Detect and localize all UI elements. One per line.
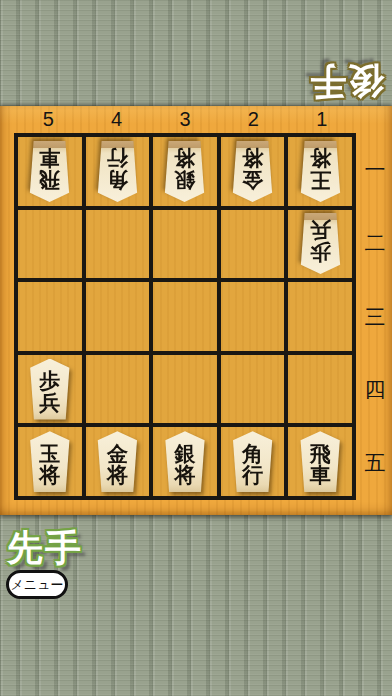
shogi-piece-歩兵-gote[interactable]: 歩兵	[294, 213, 347, 274]
shogi-piece-角行-sente[interactable]: 角行	[226, 431, 279, 492]
column-label-2: 2	[219, 106, 287, 133]
board-square-5二[interactable]	[18, 210, 82, 279]
column-label-1: 1	[288, 106, 356, 133]
column-label-4: 4	[82, 106, 150, 133]
piece-body: 王将	[294, 141, 347, 202]
board-square-4三[interactable]	[86, 282, 150, 351]
piece-kanji: 王将	[294, 141, 347, 202]
piece-kanji: 金将	[226, 141, 279, 202]
board-square-5三[interactable]	[18, 282, 82, 351]
board-square-2五[interactable]: 角行	[221, 427, 285, 496]
board-square-4一[interactable]: 角行	[86, 137, 150, 206]
board-square-3二[interactable]	[153, 210, 217, 279]
piece-kanji: 玉将	[23, 431, 76, 492]
shogi-piece-王将-gote[interactable]: 王将	[294, 141, 347, 202]
board-square-2三[interactable]	[221, 282, 285, 351]
shogi-piece-金将-sente[interactable]: 金将	[91, 431, 144, 492]
row-label-3: 三	[356, 280, 392, 353]
board-square-1四[interactable]	[288, 355, 352, 424]
board-square-1二[interactable]: 歩兵	[288, 210, 352, 279]
board-square-2一[interactable]: 金将	[221, 137, 285, 206]
board-grid: 飛車角行銀将金将王将歩兵歩兵玉将金将銀将角行飛車	[14, 133, 356, 500]
board-square-3五[interactable]: 銀将	[153, 427, 217, 496]
piece-body: 角行	[91, 141, 144, 202]
board-square-3四[interactable]	[153, 355, 217, 424]
piece-kanji: 銀将	[158, 431, 211, 492]
piece-kanji: 金将	[91, 431, 144, 492]
shogi-piece-銀将-sente[interactable]: 銀将	[158, 431, 211, 492]
piece-body: 銀将	[158, 141, 211, 202]
row-label-1: 一	[356, 133, 392, 206]
row-label-5: 五	[356, 427, 392, 500]
board-square-3三[interactable]	[153, 282, 217, 351]
shogi-piece-銀将-gote[interactable]: 銀将	[158, 141, 211, 202]
piece-kanji: 歩兵	[294, 213, 347, 274]
piece-kanji: 飛車	[294, 431, 347, 492]
row-labels: 一 二 三 四 五	[356, 133, 392, 500]
shogi-piece-飛車-gote[interactable]: 飛車	[23, 141, 76, 202]
board-square-1三[interactable]	[288, 282, 352, 351]
shogi-piece-飛車-sente[interactable]: 飛車	[294, 431, 347, 492]
board-square-1一[interactable]: 王将	[288, 137, 352, 206]
row-label-2: 二	[356, 206, 392, 279]
piece-kanji: 飛車	[23, 141, 76, 202]
piece-body: 金将	[91, 431, 144, 492]
board-square-2四[interactable]	[221, 355, 285, 424]
piece-body: 銀将	[158, 431, 211, 492]
board-square-5五[interactable]: 玉将	[18, 427, 82, 496]
shogi-board: 5 4 3 2 1 飛車角行銀将金将王将歩兵歩兵玉将金将銀将角行飛車 一 二 三…	[0, 106, 392, 515]
shogi-piece-玉将-sente[interactable]: 玉将	[23, 431, 76, 492]
board-square-3一[interactable]: 銀将	[153, 137, 217, 206]
tatami-background: 後手 5 4 3 2 1 飛車角行銀将金将王将歩兵歩兵玉将金将銀将角行飛車 一 …	[0, 0, 392, 696]
piece-body: 玉将	[23, 431, 76, 492]
piece-body: 角行	[226, 431, 279, 492]
piece-body: 金将	[226, 141, 279, 202]
piece-body: 飛車	[23, 141, 76, 202]
board-square-4四[interactable]	[86, 355, 150, 424]
piece-body: 飛車	[294, 431, 347, 492]
piece-kanji: 角行	[91, 141, 144, 202]
board-square-4五[interactable]: 金将	[86, 427, 150, 496]
sente-player-label: 先手	[7, 524, 83, 573]
gote-player-label: 後手	[308, 56, 384, 105]
piece-kanji: 歩兵	[23, 359, 76, 420]
board-square-2二[interactable]	[221, 210, 285, 279]
board-square-1五[interactable]: 飛車	[288, 427, 352, 496]
column-label-5: 5	[14, 106, 82, 133]
shogi-piece-金将-gote[interactable]: 金将	[226, 141, 279, 202]
column-labels: 5 4 3 2 1	[14, 106, 356, 133]
piece-kanji: 角行	[226, 431, 279, 492]
row-label-4: 四	[356, 353, 392, 426]
shogi-piece-歩兵-sente[interactable]: 歩兵	[23, 359, 76, 420]
board-square-4二[interactable]	[86, 210, 150, 279]
piece-kanji: 銀将	[158, 141, 211, 202]
piece-body: 歩兵	[294, 213, 347, 274]
piece-body: 歩兵	[23, 359, 76, 420]
board-square-5一[interactable]: 飛車	[18, 137, 82, 206]
column-label-3: 3	[151, 106, 219, 133]
menu-button[interactable]: メニュー	[6, 570, 68, 599]
shogi-piece-角行-gote[interactable]: 角行	[91, 141, 144, 202]
board-square-5四[interactable]: 歩兵	[18, 355, 82, 424]
